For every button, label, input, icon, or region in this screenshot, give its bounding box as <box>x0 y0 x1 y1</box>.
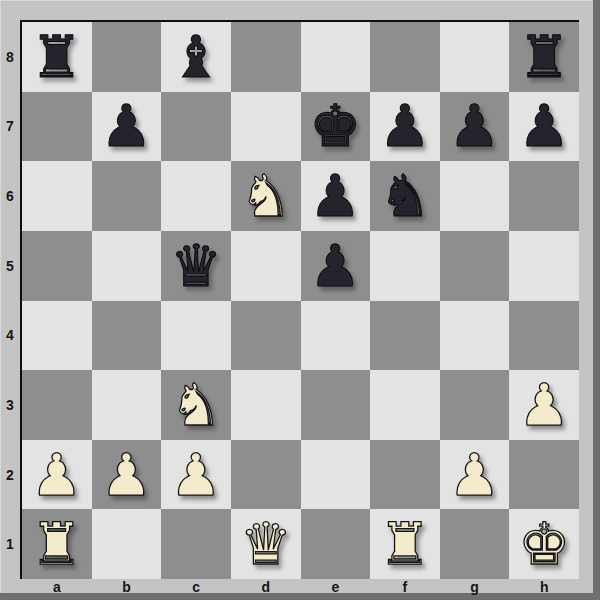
file-label-g: g <box>440 579 510 594</box>
square-b1[interactable] <box>92 509 162 579</box>
square-g8[interactable] <box>440 22 510 92</box>
rank-coordinates: 87654321 <box>0 22 20 579</box>
square-c1[interactable] <box>161 509 231 579</box>
square-g4[interactable] <box>440 301 510 371</box>
file-label-a: a <box>22 579 92 594</box>
piece-black-pawn[interactable]: ♟ <box>100 97 152 155</box>
square-f7[interactable]: ♟ <box>370 92 440 162</box>
square-h2[interactable] <box>509 440 579 510</box>
piece-white-pawn[interactable]: ♟ <box>518 376 570 434</box>
piece-white-pawn[interactable]: ♟ <box>449 446 501 504</box>
square-e5[interactable]: ♟ <box>301 231 371 301</box>
square-f2[interactable] <box>370 440 440 510</box>
rank-label-2: 2 <box>0 440 20 510</box>
square-h6[interactable] <box>509 161 579 231</box>
rank-label-1: 1 <box>0 509 20 579</box>
square-d7[interactable] <box>231 92 301 162</box>
rank-label-5: 5 <box>0 231 20 301</box>
piece-black-king[interactable]: ♚ <box>309 97 361 155</box>
piece-white-pawn[interactable]: ♟ <box>100 446 152 504</box>
rank-label-6: 6 <box>0 161 20 231</box>
rank-label-3: 3 <box>0 370 20 440</box>
piece-white-rook[interactable]: ♜ <box>31 515 83 573</box>
square-f4[interactable] <box>370 301 440 371</box>
rank-label-7: 7 <box>0 92 20 162</box>
square-g7[interactable]: ♟ <box>440 92 510 162</box>
square-d5[interactable] <box>231 231 301 301</box>
square-e4[interactable] <box>301 301 371 371</box>
square-b3[interactable] <box>92 370 162 440</box>
square-h8[interactable]: ♜ <box>509 22 579 92</box>
square-b5[interactable] <box>92 231 162 301</box>
square-a1[interactable]: ♜ <box>22 509 92 579</box>
square-e7[interactable]: ♚ <box>301 92 371 162</box>
square-b8[interactable] <box>92 22 162 92</box>
diagram-frame: 87654321 ♜♝♜♟♚♟♟♟♞♟♞♛♟♞♟♟♟♟♟♜♛♜♚ abcdefg… <box>0 0 600 600</box>
square-f1[interactable]: ♜ <box>370 509 440 579</box>
square-h3[interactable]: ♟ <box>509 370 579 440</box>
file-label-c: c <box>161 579 231 594</box>
piece-black-pawn[interactable]: ♟ <box>379 97 431 155</box>
square-a4[interactable] <box>22 301 92 371</box>
square-d8[interactable] <box>231 22 301 92</box>
square-e1[interactable] <box>301 509 371 579</box>
square-b7[interactable]: ♟ <box>92 92 162 162</box>
piece-white-king[interactable]: ♚ <box>518 515 570 573</box>
square-h7[interactable]: ♟ <box>509 92 579 162</box>
piece-black-bishop[interactable]: ♝ <box>170 28 222 86</box>
square-a2[interactable]: ♟ <box>22 440 92 510</box>
file-label-f: f <box>370 579 440 594</box>
square-b6[interactable] <box>92 161 162 231</box>
square-d1[interactable]: ♛ <box>231 509 301 579</box>
square-f3[interactable] <box>370 370 440 440</box>
file-label-d: d <box>231 579 301 594</box>
file-label-e: e <box>301 579 371 594</box>
square-c8[interactable]: ♝ <box>161 22 231 92</box>
piece-black-knight[interactable]: ♞ <box>379 167 431 225</box>
square-a6[interactable] <box>22 161 92 231</box>
file-label-b: b <box>92 579 162 594</box>
square-f6[interactable]: ♞ <box>370 161 440 231</box>
square-a8[interactable]: ♜ <box>22 22 92 92</box>
square-d6[interactable]: ♞ <box>231 161 301 231</box>
square-c4[interactable] <box>161 301 231 371</box>
square-c2[interactable]: ♟ <box>161 440 231 510</box>
file-coordinates: abcdefgh <box>22 579 579 594</box>
piece-white-pawn[interactable]: ♟ <box>31 446 83 504</box>
piece-white-rook[interactable]: ♜ <box>379 515 431 573</box>
piece-black-queen[interactable]: ♛ <box>170 237 222 295</box>
piece-black-pawn[interactable]: ♟ <box>449 97 501 155</box>
square-g6[interactable] <box>440 161 510 231</box>
square-e3[interactable] <box>301 370 371 440</box>
square-e6[interactable]: ♟ <box>301 161 371 231</box>
square-f8[interactable] <box>370 22 440 92</box>
square-h1[interactable]: ♚ <box>509 509 579 579</box>
piece-black-rook[interactable]: ♜ <box>518 28 570 86</box>
piece-black-pawn[interactable]: ♟ <box>309 237 361 295</box>
square-c7[interactable] <box>161 92 231 162</box>
square-c5[interactable]: ♛ <box>161 231 231 301</box>
piece-black-pawn[interactable]: ♟ <box>309 167 361 225</box>
square-d4[interactable] <box>231 301 301 371</box>
square-a3[interactable] <box>22 370 92 440</box>
piece-black-pawn[interactable]: ♟ <box>518 97 570 155</box>
square-a5[interactable] <box>22 231 92 301</box>
square-d3[interactable] <box>231 370 301 440</box>
piece-white-knight[interactable]: ♞ <box>240 167 292 225</box>
file-label-h: h <box>509 579 579 594</box>
piece-black-rook[interactable]: ♜ <box>31 28 83 86</box>
piece-white-queen[interactable]: ♛ <box>240 515 292 573</box>
square-e2[interactable] <box>301 440 371 510</box>
rank-label-8: 8 <box>0 22 20 92</box>
piece-white-pawn[interactable]: ♟ <box>170 446 222 504</box>
square-d2[interactable] <box>231 440 301 510</box>
rank-label-4: 4 <box>0 301 20 371</box>
square-g3[interactable] <box>440 370 510 440</box>
square-b4[interactable] <box>92 301 162 371</box>
square-a7[interactable] <box>22 92 92 162</box>
square-g1[interactable] <box>440 509 510 579</box>
square-h5[interactable] <box>509 231 579 301</box>
square-g2[interactable]: ♟ <box>440 440 510 510</box>
square-f5[interactable] <box>370 231 440 301</box>
chess-board: ♜♝♜♟♚♟♟♟♞♟♞♛♟♞♟♟♟♟♟♜♛♜♚ <box>20 20 579 579</box>
square-e8[interactable] <box>301 22 371 92</box>
square-c3[interactable]: ♞ <box>161 370 231 440</box>
piece-white-knight[interactable]: ♞ <box>170 376 222 434</box>
square-b2[interactable]: ♟ <box>92 440 162 510</box>
square-g5[interactable] <box>440 231 510 301</box>
square-c6[interactable] <box>161 161 231 231</box>
square-h4[interactable] <box>509 301 579 371</box>
